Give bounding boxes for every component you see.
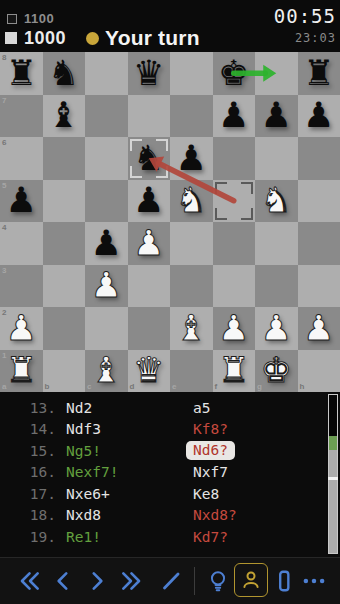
move-number: 16.	[0, 464, 56, 480]
move-number: 19.	[0, 529, 56, 545]
piece-black-king: ♚	[213, 52, 256, 95]
square-c4[interactable]: ♟	[85, 222, 128, 265]
move-number: 14.	[0, 421, 56, 437]
move-row: 19.Re1!Kd7?	[0, 526, 326, 548]
piece-black-queen: ♛	[128, 52, 171, 95]
toolbar	[0, 557, 340, 604]
black-move[interactable]: Nxd8?	[183, 507, 326, 523]
square-b3[interactable]	[43, 265, 86, 308]
black-move[interactable]: Kd7?	[183, 529, 326, 545]
white-move[interactable]: Nd2	[56, 400, 183, 416]
step-back-button[interactable]	[50, 568, 76, 594]
square-c8[interactable]	[85, 52, 128, 95]
square-d6[interactable]: ♞	[128, 137, 171, 180]
piece-black-pawn: ♟	[255, 95, 298, 138]
square-f4[interactable]	[213, 222, 256, 265]
piece-white-pawn: ♟	[213, 307, 256, 350]
square-e8[interactable]	[170, 52, 213, 95]
square-c1[interactable]: c♝	[85, 350, 128, 393]
move-list: 13.Nd2a514.Ndf3Kf8?15.Ng5!Nd6?16.Nexf7!N…	[0, 392, 326, 557]
square-f7[interactable]: ♟	[213, 95, 256, 138]
eval-bar-marker	[328, 477, 338, 480]
piece-black-pawn: ♟	[298, 95, 340, 138]
square-g6[interactable]	[255, 137, 298, 180]
file-label: e	[172, 382, 176, 391]
square-d2[interactable]	[128, 307, 171, 350]
square-e5[interactable]: ♞	[170, 180, 213, 223]
profile-button[interactable]	[234, 563, 268, 597]
selected-move-chip[interactable]: Nd6?	[186, 441, 235, 460]
square-b8[interactable]: ♞	[43, 52, 86, 95]
file-label: h	[300, 382, 305, 391]
square-c7[interactable]	[85, 95, 128, 138]
square-b5[interactable]	[43, 180, 86, 223]
square-h7[interactable]: ♟	[298, 95, 340, 138]
square-g8[interactable]	[255, 52, 298, 95]
square-a6[interactable]: 6	[0, 137, 43, 180]
rank-label: 3	[2, 266, 6, 275]
ellipsis-icon	[301, 568, 327, 594]
square-g1[interactable]: g♚	[255, 350, 298, 393]
chess-board[interactable]: 8♜♞♛♚♜7♝♟♟♟6♞♟5♟♟♞♞4♟♟3♟2♟♝♟♟♟1a♜bc♝d♛ef…	[0, 52, 340, 392]
square-f2[interactable]: ♟	[213, 307, 256, 350]
square-h4[interactable]	[298, 222, 340, 265]
piece-white-bishop: ♝	[170, 307, 213, 350]
move-row: 14.Ndf3Kf8?	[0, 419, 326, 441]
white-move[interactable]: Nxe6+	[56, 486, 183, 502]
square-a5[interactable]: 5♟	[0, 180, 43, 223]
move-row: 18.Nxd8Nxd8?	[0, 505, 326, 527]
piece-black-pawn: ♟	[170, 137, 213, 180]
square-b1[interactable]: b	[43, 350, 86, 393]
double-chevron-left-icon	[16, 568, 42, 594]
clock-panel: 00:55 23:03	[274, 5, 336, 45]
opponent-rating: 1100	[24, 12, 54, 25]
file-label: b	[45, 382, 50, 391]
black-move[interactable]: Nd6?	[183, 441, 326, 460]
square-g3[interactable]	[255, 265, 298, 308]
square-f8[interactable]: ♚	[213, 52, 256, 95]
square-e7[interactable]	[170, 95, 213, 138]
toolbar-divider	[194, 567, 195, 595]
piece-black-knight: ♞	[43, 52, 86, 95]
turn-indicator: Your turn	[86, 26, 200, 50]
square-d5[interactable]: ♟	[128, 180, 171, 223]
jump-to-end-button[interactable]	[119, 568, 145, 594]
move-number: 17.	[0, 486, 56, 502]
square-b7[interactable]: ♝	[43, 95, 86, 138]
turn-label: Your turn	[105, 26, 200, 50]
square-h5[interactable]	[298, 180, 340, 223]
square-g4[interactable]	[255, 222, 298, 265]
square-marker-f5	[215, 182, 254, 221]
jump-to-start-button[interactable]	[16, 568, 42, 594]
piece-white-pawn: ♟	[85, 265, 128, 308]
hint-button[interactable]	[205, 568, 231, 594]
piece-black-rook: ♜	[0, 52, 43, 95]
square-h1[interactable]: h	[298, 350, 340, 393]
square-e6[interactable]: ♟	[170, 137, 213, 180]
white-player-icon	[5, 32, 17, 44]
square-f6[interactable]	[213, 137, 256, 180]
eval-bar-segment	[329, 436, 337, 450]
piece-black-knight: ♞	[128, 137, 171, 180]
square-h3[interactable]	[298, 265, 340, 308]
square-f5[interactable]	[213, 180, 256, 223]
black-player-icon	[7, 14, 17, 24]
opponent-rating-row: 1100	[5, 12, 66, 25]
piece-white-knight: ♞	[255, 180, 298, 223]
player-rating-row: 1000	[5, 29, 66, 47]
more-options-button[interactable]	[301, 568, 327, 594]
piece-white-pawn: ♟	[255, 307, 298, 350]
piece-black-pawn: ♟	[128, 180, 171, 223]
move-row: 13.Nd2a5	[0, 397, 326, 419]
phone-icon	[271, 568, 297, 594]
move-row: 15.Ng5!Nd6?	[0, 440, 326, 462]
square-b2[interactable]	[43, 307, 86, 350]
white-move[interactable]: Ndf3	[56, 421, 183, 437]
square-d4[interactable]: ♟	[128, 222, 171, 265]
square-h8[interactable]: ♜	[298, 52, 340, 95]
person-icon	[239, 568, 263, 592]
square-c3[interactable]: ♟	[85, 265, 128, 308]
square-e2[interactable]: ♝	[170, 307, 213, 350]
square-g5[interactable]: ♞	[255, 180, 298, 223]
eval-scrollbar[interactable]	[328, 394, 338, 554]
white-move[interactable]: Ng5!	[56, 443, 183, 459]
eval-bar-segment	[329, 395, 337, 436]
board-area: 8♜♞♛♚♜7♝♟♟♟6♞♟5♟♟♞♞4♟♟3♟2♟♝♟♟♟1a♜bc♝d♛ef…	[0, 52, 340, 392]
clock-secondary: 23:03	[274, 31, 336, 45]
square-a2[interactable]: 2♟	[0, 307, 43, 350]
square-b4[interactable]	[43, 222, 86, 265]
move-number: 13.	[0, 400, 56, 416]
piece-white-bishop: ♝	[85, 350, 128, 393]
piece-black-rook: ♜	[298, 52, 340, 95]
square-d3[interactable]	[128, 265, 171, 308]
piece-white-rook: ♜	[0, 350, 43, 393]
square-f1[interactable]: f♜	[213, 350, 256, 393]
game-header: 1100 1000 Your turn 00:55 23:03	[0, 0, 340, 52]
chevron-left-icon	[50, 568, 76, 594]
piece-white-pawn: ♟	[0, 307, 43, 350]
square-c5[interactable]	[85, 180, 128, 223]
eval-bar-segment	[329, 450, 337, 553]
piece-black-pawn: ♟	[0, 180, 43, 223]
square-a4[interactable]: 4	[0, 222, 43, 265]
square-e4[interactable]	[170, 222, 213, 265]
double-chevron-right-icon	[119, 568, 145, 594]
square-f3[interactable]	[213, 265, 256, 308]
clock-main: 00:55	[274, 5, 336, 27]
black-move[interactable]: Ke8	[183, 486, 326, 502]
white-move[interactable]: Nxd8	[56, 507, 183, 523]
square-c6[interactable]	[85, 137, 128, 180]
square-h6[interactable]	[298, 137, 340, 180]
rank-label: 7	[2, 96, 6, 105]
draw-tool-button[interactable]	[158, 568, 184, 594]
square-a8[interactable]: 8♜	[0, 52, 43, 95]
player-rating: 1000	[24, 29, 66, 47]
piece-white-knight: ♞	[170, 180, 213, 223]
rank-label: 6	[2, 138, 6, 147]
piece-black-bishop: ♝	[43, 95, 86, 138]
black-move[interactable]: Nxf7	[183, 464, 326, 480]
lightbulb-icon	[205, 568, 231, 594]
square-e3[interactable]	[170, 265, 213, 308]
chevron-right-icon	[84, 568, 110, 594]
move-number: 15.	[0, 443, 56, 459]
piece-white-pawn: ♟	[128, 222, 171, 265]
square-d8[interactable]: ♛	[128, 52, 171, 95]
square-a3[interactable]: 3	[0, 265, 43, 308]
move-row: 16.Nexf7!Nxf7	[0, 462, 326, 484]
square-g2[interactable]: ♟	[255, 307, 298, 350]
chess-app-screen: 1100 1000 Your turn 00:55 23:03 8♜♞♛♚♜7♝…	[0, 0, 340, 604]
square-b6[interactable]	[43, 137, 86, 180]
device-button[interactable]	[271, 568, 297, 594]
piece-white-rook: ♜	[213, 350, 256, 393]
player-ratings: 1100 1000	[5, 12, 66, 47]
move-row: 17.Nxe6+Ke8	[0, 483, 326, 505]
square-a1[interactable]: 1a♜	[0, 350, 43, 393]
square-g7[interactable]: ♟	[255, 95, 298, 138]
piece-white-pawn: ♟	[298, 307, 340, 350]
square-h2[interactable]: ♟	[298, 307, 340, 350]
black-move[interactable]: a5	[183, 400, 326, 416]
turn-dot-icon	[86, 32, 99, 45]
rank-label: 4	[2, 223, 6, 232]
white-move[interactable]: Re1!	[56, 529, 183, 545]
piece-white-king: ♚	[255, 350, 298, 393]
square-e1[interactable]: e	[170, 350, 213, 393]
square-c2[interactable]	[85, 307, 128, 350]
piece-black-pawn: ♟	[213, 95, 256, 138]
square-d7[interactable]	[128, 95, 171, 138]
white-move[interactable]: Nexf7!	[56, 464, 183, 480]
black-move[interactable]: Kf8?	[183, 421, 326, 437]
step-forward-button[interactable]	[84, 568, 110, 594]
piece-black-pawn: ♟	[85, 222, 128, 265]
square-a7[interactable]: 7	[0, 95, 43, 138]
pencil-icon	[158, 568, 184, 594]
piece-white-queen: ♛	[128, 350, 171, 393]
move-number: 18.	[0, 507, 56, 523]
square-d1[interactable]: d♛	[128, 350, 171, 393]
